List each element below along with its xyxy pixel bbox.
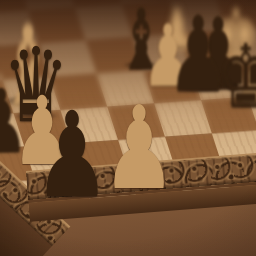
photo-stage: ♝♛♟♟♟♟♝♟♟♟♟♚♚♟ <box>0 0 256 256</box>
black-king: ♚ <box>218 33 256 121</box>
chess-pieces-layer: ♝♛♟♟♟♟♝♟♟♟♟♚♚♟ <box>0 0 256 256</box>
black-pawn-front: ♟ <box>34 96 110 214</box>
white-pawn-front: ♟ <box>102 91 176 206</box>
